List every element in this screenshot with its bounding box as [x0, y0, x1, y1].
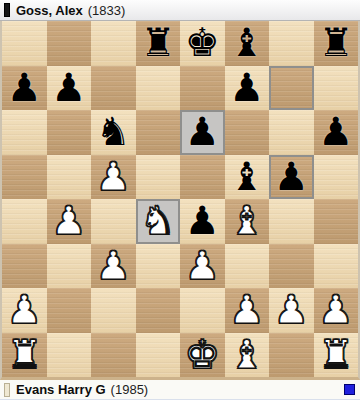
square-b2[interactable]	[47, 288, 92, 333]
white-bishop: ♝	[229, 333, 264, 378]
white-pawn: ♟	[96, 244, 131, 289]
square-f5[interactable]: ♝	[225, 155, 270, 200]
square-f1[interactable]: ♝	[225, 333, 270, 378]
black-pawn: ♟	[318, 110, 353, 155]
square-a3[interactable]	[2, 244, 47, 289]
white-pawn: ♟	[229, 288, 264, 333]
player-rating-black: (1833)	[88, 3, 126, 18]
square-d6[interactable]	[136, 110, 181, 155]
square-b6[interactable]	[47, 110, 92, 155]
square-a6[interactable]	[2, 110, 47, 155]
square-b7[interactable]: ♟	[47, 66, 92, 111]
chess-game-panel: Goss, Alex (1833) ♜♚♝♜♟♟♟♞♟♟♟♝♟♟♞♟♝♟♟♟♟♟…	[0, 0, 360, 400]
white-bishop: ♝	[229, 199, 264, 244]
black-bishop: ♝	[229, 155, 264, 200]
square-h6[interactable]: ♟	[314, 110, 359, 155]
square-d7[interactable]	[136, 66, 181, 111]
player-rating-white: (1985)	[111, 382, 149, 397]
square-f3[interactable]	[225, 244, 270, 289]
white-pawn: ♟	[274, 288, 309, 333]
square-a8[interactable]	[2, 21, 47, 66]
square-e3[interactable]: ♟	[180, 244, 225, 289]
square-a5[interactable]	[2, 155, 47, 200]
square-g6[interactable]	[269, 110, 314, 155]
player-name-black: Goss, Alex	[16, 3, 83, 18]
black-knight: ♞	[96, 110, 131, 155]
square-b3[interactable]	[47, 244, 92, 289]
white-knight: ♞	[140, 199, 175, 244]
square-a1[interactable]: ♜	[2, 333, 47, 378]
square-f4[interactable]: ♝	[225, 199, 270, 244]
white-pawn: ♟	[51, 199, 86, 244]
black-pawn: ♟	[274, 155, 309, 200]
square-g7[interactable]	[269, 66, 314, 111]
square-f2[interactable]: ♟	[225, 288, 270, 333]
chess-board: ♜♚♝♜♟♟♟♞♟♟♟♝♟♟♞♟♝♟♟♟♟♟♟♜♚♝♜	[2, 21, 358, 377]
square-h3[interactable]	[314, 244, 359, 289]
square-d3[interactable]	[136, 244, 181, 289]
black-pawn: ♟	[229, 66, 264, 111]
square-g8[interactable]	[269, 21, 314, 66]
black-side-indicator-icon	[4, 3, 10, 17]
square-e7[interactable]	[180, 66, 225, 111]
black-rook: ♜	[318, 21, 353, 66]
white-pawn: ♟	[7, 288, 42, 333]
white-rook: ♜	[318, 333, 353, 378]
square-f8[interactable]: ♝	[225, 21, 270, 66]
square-b1[interactable]	[47, 333, 92, 378]
white-pawn: ♟	[185, 244, 220, 289]
white-side-indicator-icon	[4, 383, 10, 397]
square-h5[interactable]	[314, 155, 359, 200]
square-d8[interactable]: ♜	[136, 21, 181, 66]
square-a4[interactable]	[2, 199, 47, 244]
square-c7[interactable]	[91, 66, 136, 111]
square-f6[interactable]	[225, 110, 270, 155]
square-e8[interactable]: ♚	[180, 21, 225, 66]
square-e5[interactable]	[180, 155, 225, 200]
square-d1[interactable]	[136, 333, 181, 378]
black-pawn: ♟	[7, 66, 42, 111]
square-h2[interactable]: ♟	[314, 288, 359, 333]
square-g1[interactable]	[269, 333, 314, 378]
square-c1[interactable]	[91, 333, 136, 378]
square-d5[interactable]	[136, 155, 181, 200]
square-h8[interactable]: ♜	[314, 21, 359, 66]
square-h1[interactable]: ♜	[314, 333, 359, 378]
board-frame: ♜♚♝♜♟♟♟♞♟♟♟♝♟♟♞♟♝♟♟♟♟♟♟♜♚♝♜	[0, 21, 360, 380]
square-c3[interactable]: ♟	[91, 244, 136, 289]
square-e4[interactable]: ♟	[180, 199, 225, 244]
square-c2[interactable]	[91, 288, 136, 333]
square-g3[interactable]	[269, 244, 314, 289]
square-c6[interactable]: ♞	[91, 110, 136, 155]
black-pawn: ♟	[185, 199, 220, 244]
square-e6[interactable]: ♟	[180, 110, 225, 155]
square-e1[interactable]: ♚	[180, 333, 225, 378]
square-g4[interactable]	[269, 199, 314, 244]
square-d2[interactable]	[136, 288, 181, 333]
square-g5[interactable]: ♟	[269, 155, 314, 200]
white-rook: ♜	[7, 333, 42, 378]
white-pawn: ♟	[318, 288, 353, 333]
square-c4[interactable]	[91, 199, 136, 244]
black-pawn: ♟	[51, 66, 86, 111]
side-to-move-indicator-icon	[344, 384, 355, 395]
square-e2[interactable]	[180, 288, 225, 333]
square-d4[interactable]: ♞	[136, 199, 181, 244]
white-king: ♚	[185, 333, 220, 378]
square-f7[interactable]: ♟	[225, 66, 270, 111]
square-a7[interactable]: ♟	[2, 66, 47, 111]
player-name-white: Evans Harry G	[16, 382, 106, 397]
square-g2[interactable]: ♟	[269, 288, 314, 333]
black-king: ♚	[185, 21, 220, 66]
square-b8[interactable]	[47, 21, 92, 66]
square-b5[interactable]	[47, 155, 92, 200]
white-pawn: ♟	[96, 155, 131, 200]
square-b4[interactable]: ♟	[47, 199, 92, 244]
player-bar-white: Evans Harry G (1985)	[0, 380, 360, 399]
black-rook: ♜	[140, 21, 175, 66]
square-a2[interactable]: ♟	[2, 288, 47, 333]
black-bishop: ♝	[229, 21, 264, 66]
square-c5[interactable]: ♟	[91, 155, 136, 200]
square-h7[interactable]	[314, 66, 359, 111]
square-c8[interactable]	[91, 21, 136, 66]
square-h4[interactable]	[314, 199, 359, 244]
player-bar-black: Goss, Alex (1833)	[0, 0, 360, 21]
black-pawn: ♟	[185, 110, 220, 155]
